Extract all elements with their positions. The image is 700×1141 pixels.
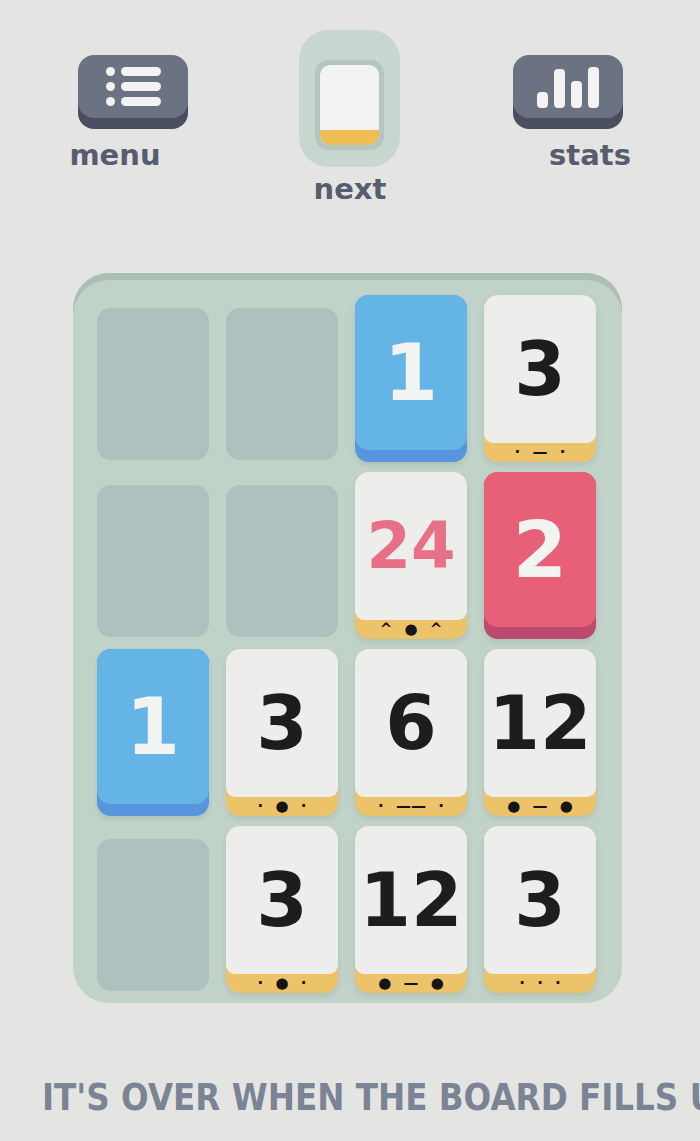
cell-r2-c1 (97, 485, 209, 637)
tile-value: 1 (384, 328, 438, 418)
tile-1-r1c3[interactable]: 1 (355, 295, 467, 462)
tile-value: 3 (256, 680, 308, 766)
menu-list-icon (106, 67, 161, 106)
tile-face: · ● · (226, 796, 338, 816)
tile-1-r3c1[interactable]: 1 (97, 649, 209, 816)
hint-message: IT'S OVER WHEN THE BOARD FILLS UP (42, 1076, 658, 1119)
next-card-ring (315, 60, 384, 150)
board-grid: 1 3 · — · 24 ^ ● ^ 2 1 (97, 308, 596, 991)
tile-value: 12 (489, 680, 592, 766)
cell-r3-c1: 1 (97, 662, 209, 814)
next-label: next (295, 172, 405, 206)
menu-label: menu (60, 138, 170, 172)
cell-r2-c3: 24 ^ ● ^ (355, 485, 467, 637)
next-card-preview (299, 30, 400, 167)
empty-slot (97, 308, 209, 460)
empty-slot (97, 839, 209, 991)
game-board[interactable]: 1 3 · — · 24 ^ ● ^ 2 1 (73, 273, 622, 1003)
cell-r2-c4: 2 (484, 485, 596, 637)
tile-value: 6 (385, 680, 437, 766)
menu-button[interactable] (78, 55, 188, 118)
tile-3-r3c2[interactable]: 3 · ● · (226, 649, 338, 816)
next-card (320, 65, 379, 145)
cell-r3-c4: 12 ● — ● (484, 662, 596, 814)
empty-slot (226, 485, 338, 637)
empty-slot (226, 308, 338, 460)
tile-12-r4c3[interactable]: 12 ● — ● (355, 826, 467, 993)
tile-value: 1 (126, 682, 180, 772)
tile-2-r2c4[interactable]: 2 (484, 472, 596, 639)
tile-face: · — · (484, 442, 596, 462)
empty-slot (97, 485, 209, 637)
cell-r1-c3: 1 (355, 308, 467, 460)
cell-r4-c4: 3 · · · (484, 839, 596, 991)
tile-3-r4c4[interactable]: 3 · · · (484, 826, 596, 993)
tile-value: 12 (360, 857, 463, 943)
bar-chart-icon (537, 66, 599, 108)
cell-r3-c2: 3 · ● · (226, 662, 338, 814)
tile-value: 3 (514, 857, 566, 943)
tile-24-r2c3[interactable]: 24 ^ ● ^ (355, 472, 467, 639)
stats-label: stats (535, 138, 645, 172)
cell-r2-c2 (226, 485, 338, 637)
cell-r1-c2 (226, 308, 338, 460)
cell-r1-c1 (97, 308, 209, 460)
cell-r4-c3: 12 ● — ● (355, 839, 467, 991)
next-card-strip (320, 130, 379, 145)
tile-face: ● — ● (355, 973, 467, 993)
cell-r4-c2: 3 · ● · (226, 839, 338, 991)
tile-face: · ● · (226, 973, 338, 993)
tile-value: 24 (366, 509, 455, 583)
tile-value: 2 (513, 505, 567, 595)
cell-r4-c1 (97, 839, 209, 991)
tile-face: ● — ● (484, 796, 596, 816)
tile-value: 3 (514, 326, 566, 412)
cell-r3-c3: 6 · —— · (355, 662, 467, 814)
tile-value: 3 (256, 857, 308, 943)
tile-3-r1c4[interactable]: 3 · — · (484, 295, 596, 462)
tile-face: · —— · (355, 796, 467, 816)
tile-6-r3c3[interactable]: 6 · —— · (355, 649, 467, 816)
cell-r1-c4: 3 · — · (484, 308, 596, 460)
tile-3-r4c2[interactable]: 3 · ● · (226, 826, 338, 993)
stats-button[interactable] (513, 55, 623, 118)
tile-face: · · · (484, 973, 596, 993)
tile-face: ^ ● ^ (355, 619, 467, 639)
tile-12-r3c4[interactable]: 12 ● — ● (484, 649, 596, 816)
